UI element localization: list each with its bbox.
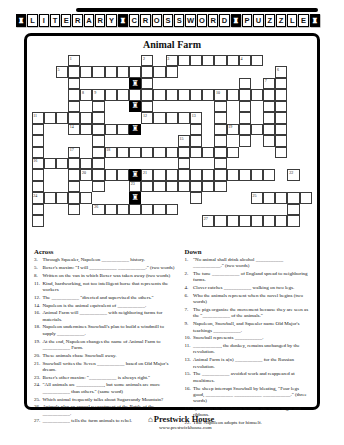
down-clues-column: Down 1."No animal shall drink alcohol __… xyxy=(185,248,311,428)
clue-number: 1 xyxy=(70,56,72,61)
grid-cell xyxy=(214,215,226,226)
banner-letter-tile: R xyxy=(72,14,82,27)
grid-cell: 13 xyxy=(190,112,202,123)
clue-number: 20 xyxy=(82,170,86,175)
empty-space xyxy=(166,192,178,203)
empty-space xyxy=(166,78,178,89)
grid-cell xyxy=(287,204,299,215)
empty-space xyxy=(153,55,165,66)
empty-space xyxy=(178,204,190,215)
clue-item: 9.Napoleon, Snowball, and Squealer name … xyxy=(185,321,311,334)
clue-number: 7 xyxy=(265,78,267,83)
grid-cell xyxy=(275,147,287,158)
clue-item-number: 4. xyxy=(185,285,194,291)
grid-cell xyxy=(153,89,165,100)
empty-space xyxy=(202,204,214,215)
empty-space xyxy=(44,147,56,158)
clue-item-text: Boxer's other maxim: "___________ is alw… xyxy=(43,375,176,381)
empty-space xyxy=(56,124,68,135)
banner-letter-tile: I xyxy=(39,14,49,27)
grid-cell xyxy=(92,169,104,180)
grid-cell: 12 xyxy=(141,112,153,123)
empty-space xyxy=(275,181,287,192)
empty-space xyxy=(275,158,287,169)
empty-space xyxy=(287,124,299,135)
grid-cell xyxy=(275,135,287,146)
clue-number: 6 xyxy=(277,67,279,72)
empty-space xyxy=(117,101,129,112)
empty-space xyxy=(263,66,275,77)
empty-space xyxy=(56,101,68,112)
grid-cell xyxy=(129,204,141,215)
empty-space xyxy=(287,181,299,192)
empty-space xyxy=(56,169,68,180)
empty-space xyxy=(80,101,92,112)
empty-space xyxy=(80,181,92,192)
clue-item-text: Animal Farm will ___________ with neighb… xyxy=(43,310,176,323)
empty-space xyxy=(44,89,56,100)
empty-space xyxy=(80,135,92,146)
grid-cell xyxy=(275,215,287,226)
empty-space xyxy=(153,192,165,203)
clue-item-number: 19. xyxy=(34,339,43,352)
empty-space xyxy=(300,147,312,158)
banner-letter-tile: W xyxy=(185,14,195,27)
clue-item-text: Snowball represents ___________. xyxy=(193,335,310,341)
grid-cell xyxy=(239,89,251,100)
grid-cell: 26 xyxy=(92,204,104,215)
grid-cell xyxy=(202,55,214,66)
grid-cell: 10 xyxy=(214,89,226,100)
grid-cell xyxy=(178,55,190,66)
clue-item-text: Clover catches ___________ walking on tw… xyxy=(193,285,310,291)
empty-space xyxy=(214,66,226,77)
grid-cell xyxy=(68,66,80,77)
empty-space xyxy=(251,135,263,146)
clue-item-number: 25. xyxy=(34,397,43,403)
ornament-black-cell: ♜ xyxy=(129,192,141,203)
grid-cell xyxy=(202,89,214,100)
banner-letter-tile: A xyxy=(84,14,94,27)
empty-space xyxy=(56,181,68,192)
grid-cell xyxy=(251,169,263,180)
grid-cell xyxy=(153,66,165,77)
grid-cell xyxy=(105,124,117,135)
clue-number: 22 xyxy=(289,170,293,175)
empty-space xyxy=(44,181,56,192)
empty-space xyxy=(32,101,44,112)
clue-item-text: Through Squealer, Napoleon ___________ h… xyxy=(43,257,176,263)
grid-cell xyxy=(214,101,226,112)
clue-item: 7.The pigs organize the movement because… xyxy=(185,307,311,320)
empty-space xyxy=(80,55,92,66)
grid-cell xyxy=(275,89,287,100)
clue-item: 18.Napoleon undermines Snowball's plan t… xyxy=(34,324,176,337)
empty-space xyxy=(251,181,263,192)
grid-cell xyxy=(80,158,92,169)
clue-item-text: Napoleon is the animal equivalent of ___… xyxy=(43,303,176,309)
grid-cell xyxy=(251,124,263,135)
banner-letter-tile: S xyxy=(174,14,184,27)
empty-space xyxy=(129,55,141,66)
grid-cell xyxy=(190,55,202,66)
grid-cell xyxy=(68,158,80,169)
empty-space xyxy=(178,101,190,112)
grid-cell xyxy=(153,181,165,192)
grid-cell xyxy=(300,192,312,203)
empty-space xyxy=(202,192,214,203)
clue-item: 13.Animal Farm is a(n) ___________ for t… xyxy=(185,357,311,370)
clue-item-number: 12. xyxy=(34,295,43,301)
clue-number: 5 xyxy=(58,67,60,72)
empty-space xyxy=(227,112,239,123)
empty-space xyxy=(227,158,239,169)
banner-literary-crossword-puzzle: ♜LITERARY♜CROSSWORD♜PUZZLE♜ xyxy=(16,14,328,27)
empty-space xyxy=(92,55,104,66)
empty-space xyxy=(166,101,178,112)
empty-space xyxy=(275,204,287,215)
grid-cell xyxy=(178,158,190,169)
grid-cell xyxy=(251,55,263,66)
grid-cell xyxy=(92,147,104,158)
empty-space xyxy=(227,192,239,203)
empty-space xyxy=(129,215,141,226)
empty-space xyxy=(251,66,263,77)
empty-space xyxy=(190,204,202,215)
grid-cell xyxy=(117,89,129,100)
banner-ornament-icon: ♜ xyxy=(16,14,26,27)
grid-cell xyxy=(44,192,56,203)
grid-cell xyxy=(166,204,178,215)
empty-space xyxy=(105,215,117,226)
clue-item-text: "All animals are ___________, but some a… xyxy=(43,382,176,395)
empty-space xyxy=(178,215,190,226)
grid-cell xyxy=(92,112,104,123)
empty-space xyxy=(263,181,275,192)
empty-space xyxy=(300,112,312,123)
banner-letter-tile: P xyxy=(242,14,252,27)
grid-cell: 5 xyxy=(56,66,68,77)
grid-cell xyxy=(190,124,202,135)
puzzle-frame: Animal Farm 123456♜78910♜11121314♜191517… xyxy=(24,33,320,410)
clue-number: 16 xyxy=(33,158,37,163)
empty-space xyxy=(141,192,153,203)
empty-space xyxy=(117,181,129,192)
grid-cell xyxy=(153,147,165,158)
empty-space xyxy=(300,169,312,180)
clue-number: 14 xyxy=(70,124,74,129)
banner-letter-tile: D xyxy=(219,14,229,27)
grid-cell xyxy=(178,147,190,158)
empty-space xyxy=(287,112,299,123)
clue-item-text: Animal Farm is a(n) ___________ for the … xyxy=(193,357,310,370)
grid-cell xyxy=(166,169,178,180)
empty-space xyxy=(56,215,68,226)
empty-space xyxy=(251,147,263,158)
clue-item: 12.The ___________ "directed and supervi… xyxy=(34,295,176,301)
empty-space xyxy=(214,204,226,215)
empty-space xyxy=(214,192,226,203)
empty-space xyxy=(44,169,56,180)
clue-item-number: 1. xyxy=(185,257,194,270)
clue-item-text: Written on the van in which Boxer was ta… xyxy=(43,273,176,279)
empty-space xyxy=(153,135,165,146)
empty-space xyxy=(105,181,117,192)
clue-item-number: 11. xyxy=(185,343,194,356)
clue-item: 11.Kind, hardworking, not too intelligen… xyxy=(34,281,176,294)
empty-space xyxy=(68,215,80,226)
grid-cell xyxy=(263,124,275,135)
clue-number: 26 xyxy=(94,204,98,209)
clue-item-text: The sheep interrupt Snowball by bleating… xyxy=(193,386,310,405)
grid-cell xyxy=(56,158,68,169)
banner-top-rule xyxy=(76,8,318,12)
empty-space xyxy=(117,55,129,66)
grid-cell xyxy=(263,112,275,123)
grid-cell xyxy=(32,215,44,226)
grid-cell xyxy=(117,169,129,180)
grid-cell: 17 xyxy=(68,147,80,158)
grid-cell xyxy=(80,124,92,135)
grid-cell xyxy=(251,89,263,100)
clue-item-number: 21. xyxy=(34,361,43,374)
empty-space xyxy=(56,55,68,66)
grid-cell xyxy=(117,124,129,135)
empty-space xyxy=(56,147,68,158)
grid-cell xyxy=(190,135,202,146)
empty-space xyxy=(105,192,117,203)
empty-space xyxy=(44,215,56,226)
grid-cell xyxy=(166,66,178,77)
clue-item: 25.Which animal frequently talks about S… xyxy=(34,397,176,403)
grid-cell xyxy=(32,124,44,135)
crossword-grid-wrap: 123456♜78910♜11121314♜191517181620♜21222… xyxy=(32,55,313,227)
empty-space xyxy=(300,66,312,77)
empty-space xyxy=(44,204,56,215)
grid-cell xyxy=(239,124,251,135)
grid-cell xyxy=(92,101,104,112)
empty-space xyxy=(44,101,56,112)
grid-cell xyxy=(214,169,226,180)
clue-item-text: The ___________ avoided work and reappea… xyxy=(193,371,310,384)
grid-cell xyxy=(129,147,141,158)
banner-ornament-icon: ♜ xyxy=(310,14,320,27)
clue-number: 17 xyxy=(70,147,74,152)
grid-cell xyxy=(239,215,251,226)
banner-letter-tile: C xyxy=(129,14,139,27)
grid-cell xyxy=(275,101,287,112)
empty-space xyxy=(202,78,214,89)
empty-space xyxy=(141,215,153,226)
clue-item: 8.Written on the van in which Boxer was … xyxy=(34,273,176,279)
grid-cell: 2 xyxy=(141,55,153,66)
banner-letter-tile: O xyxy=(152,14,162,27)
clue-number: 18 xyxy=(106,147,110,152)
grid-cell xyxy=(141,66,153,77)
grid-cell xyxy=(68,78,80,89)
grid-cell: 16 xyxy=(32,158,44,169)
grid-cell xyxy=(178,112,190,123)
empty-space xyxy=(227,78,239,89)
banner-letter-tile: R xyxy=(208,14,218,27)
clue-item-text: These animals chase Snowball away. xyxy=(43,353,176,359)
empty-space xyxy=(44,55,56,66)
grid-cell xyxy=(166,89,178,100)
grid-cell xyxy=(68,101,80,112)
grid-cell xyxy=(166,181,178,192)
clue-number: 13 xyxy=(192,113,196,118)
grid-cell xyxy=(117,204,129,215)
clue-item-number: 10. xyxy=(185,335,194,341)
grid-cell xyxy=(141,181,153,192)
clue-item-text: Napoleon undermines Snowball's plan to b… xyxy=(43,324,176,337)
grid-cell xyxy=(32,181,44,192)
across-clues-column: Across 3.Through Squealer, Napoleon ____… xyxy=(34,248,176,428)
grid-cell xyxy=(275,192,287,203)
grid-cell xyxy=(141,101,153,112)
empty-space xyxy=(153,215,165,226)
grid-cell xyxy=(275,112,287,123)
grid-cell xyxy=(190,169,202,180)
empty-space xyxy=(105,135,117,146)
banner-letter-tile: U xyxy=(253,14,263,27)
page-title: Animal Farm xyxy=(27,39,317,50)
clue-item: 20.These animals chase Snowball away. xyxy=(34,353,176,359)
clue-item: 24."All animals are ___________, but som… xyxy=(34,382,176,395)
empty-space xyxy=(56,204,68,215)
clue-number: 9 xyxy=(94,90,96,95)
clue-item-number: 23. xyxy=(34,375,43,381)
clue-item-text: The ___________ "directed and supervised… xyxy=(43,295,176,301)
clue-item-number: 11. xyxy=(34,281,43,294)
empty-space xyxy=(178,78,190,89)
clue-item-text: Kind, hardworking, not too intelligent h… xyxy=(43,281,176,294)
grid-cell xyxy=(32,147,44,158)
clue-item: 11.___________, the donkey, remains unch… xyxy=(185,343,311,356)
grid-cell xyxy=(202,169,214,180)
grid-cell xyxy=(129,89,141,100)
grid-cell xyxy=(190,147,202,158)
empty-space xyxy=(153,78,165,89)
grid-cell xyxy=(263,89,275,100)
empty-space xyxy=(92,192,104,203)
clue-item: 5.Boxer's maxim: "I will ___________ ___… xyxy=(34,265,176,271)
empty-space xyxy=(166,158,178,169)
banner-letter-tile: T xyxy=(50,14,60,27)
across-list: 3.Through Squealer, Napoleon ___________… xyxy=(34,257,176,425)
grid-cell xyxy=(105,169,117,180)
clue-number: 25 xyxy=(253,193,257,198)
grid-cell xyxy=(141,147,153,158)
empty-space xyxy=(239,66,251,77)
clue-item-text: At the end, Napoleon changes the name of… xyxy=(43,339,176,352)
empty-space xyxy=(239,204,251,215)
empty-space xyxy=(300,124,312,135)
grid-cell xyxy=(251,215,263,226)
grid-cell xyxy=(263,135,275,146)
grid-cell xyxy=(44,112,56,123)
empty-space xyxy=(166,215,178,226)
empty-space xyxy=(239,158,251,169)
grid-cell xyxy=(117,66,129,77)
empty-space xyxy=(239,147,251,158)
worksheet-page: ♜LITERARY♜CROSSWORD♜PUZZLE♜ Animal Farm … xyxy=(0,0,344,445)
clue-item-number: 26. xyxy=(34,404,43,417)
clue-item-number: 16. xyxy=(185,386,194,405)
clue-item: 19.At the end, Napoleon changes the name… xyxy=(34,339,176,352)
empty-space xyxy=(105,112,117,123)
banner-ornament-icon: ♜ xyxy=(118,14,128,27)
grid-cell xyxy=(214,147,226,158)
empty-space xyxy=(80,78,92,89)
empty-space xyxy=(80,204,92,215)
publisher-footer: ⌂ Prestwick House www.prestwickhouse.com xyxy=(148,414,318,430)
grid-cell xyxy=(141,204,153,215)
ornament-black-cell: ♜ xyxy=(129,101,141,112)
down-header: Down xyxy=(185,248,311,255)
empty-space xyxy=(227,101,239,112)
clue-lists: Across 3.Through Squealer, Napoleon ____… xyxy=(27,248,317,428)
banner-letter-tile: S xyxy=(163,14,173,27)
grid-cell xyxy=(68,181,80,192)
empty-space xyxy=(178,124,190,135)
clue-item: 16.Animal Farm will ___________ with nei… xyxy=(34,310,176,323)
clue-item-number: 2. xyxy=(185,271,194,284)
grid-cell xyxy=(263,215,275,226)
grid-cell xyxy=(287,215,299,226)
clue-number: 19 xyxy=(228,124,232,129)
publisher-brand: ⌂ Prestwick House xyxy=(148,414,318,424)
empty-space xyxy=(190,101,202,112)
publisher-url: www.prestwickhouse.com xyxy=(159,425,318,430)
banner-letter-tile: O xyxy=(197,14,207,27)
grid-cell xyxy=(153,204,165,215)
banner-ornament-icon: ♜ xyxy=(231,14,241,27)
grid-cell: 18 xyxy=(105,147,117,158)
grid-cell xyxy=(129,66,141,77)
empty-space xyxy=(287,66,299,77)
clue-item: 3.Through Squealer, Napoleon ___________… xyxy=(34,257,176,263)
empty-space xyxy=(202,135,214,146)
empty-space xyxy=(190,78,202,89)
grid-cell xyxy=(263,101,275,112)
empty-space xyxy=(178,66,190,77)
empty-space xyxy=(287,89,299,100)
grid-cell xyxy=(275,78,287,89)
grid-cell xyxy=(80,112,92,123)
clue-number: 24 xyxy=(33,193,37,198)
grid-cell xyxy=(56,112,68,123)
grid-cell xyxy=(190,89,202,100)
grid-cell xyxy=(239,135,251,146)
down-list: 1."No animal shall drink alcohol _______… xyxy=(185,257,311,426)
grid-cell xyxy=(80,192,92,203)
empty-space xyxy=(117,78,129,89)
clue-number: 23 xyxy=(131,181,135,186)
empty-space xyxy=(117,158,129,169)
empty-space xyxy=(287,101,299,112)
grid-cell xyxy=(275,124,287,135)
crossword-grid: 123456♜78910♜11121314♜191517181620♜21222… xyxy=(32,55,313,227)
empty-space xyxy=(56,135,68,146)
empty-space xyxy=(56,89,68,100)
empty-space xyxy=(80,215,92,226)
empty-space xyxy=(251,112,263,123)
clue-item-text: Boxer's maxim: "I will ___________ _____… xyxy=(43,265,176,271)
banner-letter-tile: R xyxy=(95,14,105,27)
grid-cell xyxy=(214,124,226,135)
empty-space xyxy=(129,135,141,146)
